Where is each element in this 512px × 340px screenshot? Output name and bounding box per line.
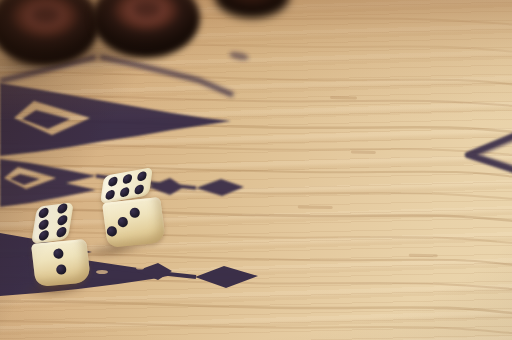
die-pip xyxy=(107,226,118,237)
right-die-shadow xyxy=(67,235,157,264)
left-die-shadow xyxy=(7,275,104,304)
die-pip xyxy=(56,203,67,214)
die-pip xyxy=(56,265,67,276)
die-pip xyxy=(56,226,67,237)
right-point-outline xyxy=(468,136,512,170)
photo-vignette xyxy=(0,0,512,340)
die-pip xyxy=(38,219,49,230)
right-die-top-face xyxy=(100,167,153,204)
checkers-shadow xyxy=(0,50,82,78)
wood-grain-lines xyxy=(0,10,512,333)
die-pip xyxy=(137,171,147,182)
checker xyxy=(92,0,200,58)
left-point-motif-3 xyxy=(0,233,258,296)
backgammon-board-photo xyxy=(0,0,512,340)
die-pip xyxy=(53,249,64,260)
left-point-motif-1 xyxy=(0,83,231,156)
top-depth-blur-tint xyxy=(0,0,512,340)
checkers-row xyxy=(0,0,512,340)
die-pip xyxy=(122,174,132,185)
board-artwork xyxy=(0,0,512,340)
left-point-motif-2 xyxy=(0,159,244,207)
left-die-front-face xyxy=(31,239,91,287)
die-pip xyxy=(119,186,129,197)
upper-border-lines xyxy=(0,50,250,95)
wood-grain-stripes xyxy=(0,0,512,340)
die-pip xyxy=(38,207,49,218)
left-die-top-face xyxy=(31,202,74,244)
checkers-shadow xyxy=(0,34,238,72)
checker xyxy=(214,0,290,18)
die-pip xyxy=(134,184,144,195)
left-die xyxy=(0,0,512,340)
dice-layer xyxy=(0,0,512,340)
checker xyxy=(0,0,100,66)
die-pip xyxy=(129,207,140,218)
die-pip xyxy=(117,216,128,227)
die-pip xyxy=(56,215,67,226)
right-die-front-face xyxy=(102,197,166,248)
die-pip xyxy=(107,177,117,188)
right-die xyxy=(0,0,512,340)
die-pip xyxy=(105,189,115,200)
die-pip xyxy=(38,230,49,241)
